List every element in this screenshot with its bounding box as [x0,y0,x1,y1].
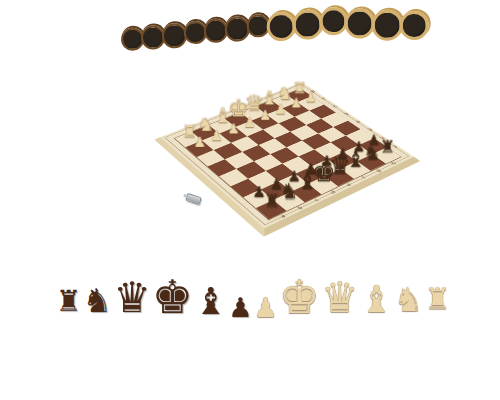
piece-white-bishop: ♝ [213,106,231,126]
piece-white-rook: ♜ [182,123,197,140]
piece-white-pawn: ♟ [211,128,223,142]
square-h1: ♜ [175,132,203,148]
file-label: f [361,176,367,180]
file-label: b [296,205,303,210]
piece-black-bishop: ♝ [297,171,317,193]
square-c3 [278,117,305,132]
lineup-piece-light-king: ♚ [279,277,320,318]
piece-white-king: ♚ [228,96,249,120]
chess-board: ♜♞♝♚♛♝♞♜♟♟♟♟♟♟♟♟♟♟♟♟♟♟♟♟♜♞♝♚♛♝♞♜ abcdefg… [154,82,420,237]
square-f2: ♟ [219,127,246,142]
rank-label: 8 [310,90,316,93]
felt-base-light-piece [344,8,375,39]
felt-base-light-piece [266,12,296,42]
square-e3 [247,129,275,145]
lineup-piece-dark-knight: ♞ [83,286,113,316]
lineup-piece-light-queen: ♛ [321,279,359,317]
piece-white-pawn: ♟ [275,103,287,116]
lineup-piece-light-rook: ♜ [424,286,450,312]
felt-base-light-piece [399,11,429,41]
lineup-piece-dark-king: ♚ [152,277,193,318]
chess-board-scene: ♜♞♝♚♛♝♞♜♟♟♟♟♟♟♟♟♟♟♟♟♟♟♟♟♜♞♝♚♛♝♞♜ abcdefg… [150,60,420,240]
square-b2: ♟ [282,102,309,116]
lineup-piece-dark-pawn: ♟ [228,296,252,320]
piece-white-rook: ♜ [293,80,307,96]
piece-tray-row [123,5,385,66]
square-c2: ♟ [267,108,294,123]
rank-label: 3 [367,128,374,132]
felt-base-light-piece [292,9,323,40]
square-c5 [302,134,330,150]
piece-lineup-row: ♜♞♛♚♝♟♟♚♛♝♞♜ [128,250,378,312]
rank-label: 5 [343,112,349,116]
square-c4 [290,125,318,140]
piece-white-pawn: ♟ [227,122,239,136]
felt-base-light-piece [371,9,403,41]
lineup-piece-dark-rook: ♜ [56,288,82,314]
square-b5 [318,127,346,142]
board-squares: ♜♞♝♚♛♝♞♜♟♟♟♟♟♟♟♟♟♟♟♟♟♟♟♟♜♞♝♚♛♝♞♜ [174,88,402,220]
piece-black-knight: ♞ [363,144,380,163]
piece-white-pawn: ♟ [244,115,256,129]
file-label: e [345,182,352,186]
square-f4 [242,145,270,161]
piece-white-queen: ♛ [245,92,264,114]
piece-white-pawn: ♟ [260,109,272,122]
square-d3 [263,123,290,138]
square-b3 [294,110,321,125]
square-d4 [274,132,302,148]
piece-white-pawn: ♟ [305,91,317,104]
lineup-piece-light-pawn: ♟ [254,296,278,320]
file-label: a [279,214,286,219]
square-d5 [286,140,314,156]
square-a5 [333,121,361,136]
piece-white-knight: ♞ [198,115,215,133]
lineup-piece-dark-bishop: ♝ [194,285,227,318]
square-g1: ♞ [192,125,219,140]
piece-white-knight: ♞ [277,84,293,102]
piece-white-bishop: ♝ [261,88,279,108]
square-c1: ♝ [256,100,282,114]
piece-black-knight: ♞ [280,181,298,202]
piece-white-pawn: ♟ [290,97,302,110]
square-d2: ♟ [251,115,278,130]
square-g2: ♟ [203,134,231,150]
square-f1: ♝ [208,119,235,134]
piece-white-pawn: ♟ [194,135,207,149]
piece-black-rook: ♜ [379,139,394,156]
piece-black-rook: ♜ [264,191,281,210]
board-frame: ♜♞♝♚♛♝♞♜♟♟♟♟♟♟♟♟♟♟♟♟♟♟♟♟♜♞♝♚♛♝♞♜ abcdefg… [154,82,420,237]
rank-label: 4 [355,120,362,124]
lineup-piece-light-bishop: ♝ [360,283,393,316]
lineup-piece-dark-queen: ♛ [113,279,151,317]
rank-label: 6 [332,105,338,109]
square-a1: ♜ [286,89,312,103]
rank-label: 7 [321,97,327,100]
square-f3 [230,136,258,152]
square-b4 [306,119,333,134]
square-b1: ♞ [271,95,297,109]
lineup-piece-light-knight: ♞ [394,285,424,315]
product-photo-page: { "game": "chess", "scene": "Product pho… [0,0,500,400]
square-a3 [309,104,336,118]
square-a4 [321,112,348,127]
square-a2: ♟ [297,96,323,110]
square-e1: ♚ [225,113,252,128]
square-e2: ♟ [236,121,263,136]
square-d1: ♛ [240,106,267,120]
